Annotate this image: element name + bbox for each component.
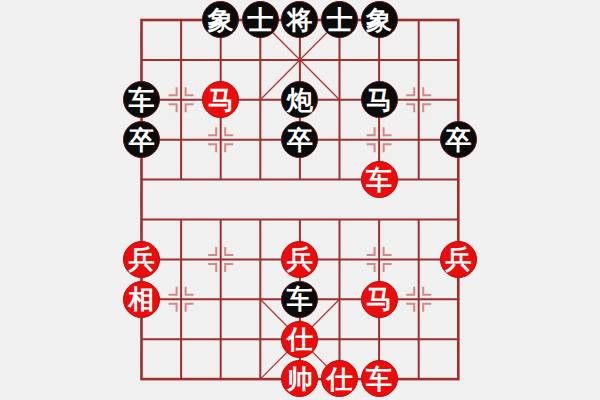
piece-black-cannon[interactable]: 炮 bbox=[281, 81, 318, 118]
piece-black-advisor[interactable]: 士 bbox=[242, 1, 279, 38]
piece-black-chariot[interactable]: 车 bbox=[281, 281, 318, 318]
piece-black-pawn[interactable]: 卒 bbox=[281, 121, 318, 158]
piece-black-pawn[interactable]: 卒 bbox=[123, 121, 160, 158]
piece-black-elephant[interactable]: 象 bbox=[361, 1, 398, 38]
xiangqi-screenshot: 象士将士象车马炮马卒卒卒车兵兵兵相车马仕帅仕车 bbox=[0, 0, 600, 400]
piece-red-elephant[interactable]: 相 bbox=[123, 281, 160, 318]
piece-red-advisor[interactable]: 仕 bbox=[321, 360, 358, 397]
piece-red-advisor[interactable]: 仕 bbox=[281, 321, 318, 358]
piece-red-chariot[interactable]: 车 bbox=[361, 161, 398, 198]
piece-red-horse[interactable]: 马 bbox=[361, 281, 398, 318]
piece-black-elephant[interactable]: 象 bbox=[202, 1, 239, 38]
piece-black-chariot[interactable]: 车 bbox=[123, 81, 160, 118]
piece-red-chariot[interactable]: 车 bbox=[361, 360, 398, 397]
piece-black-advisor[interactable]: 士 bbox=[321, 1, 358, 38]
piece-black-horse[interactable]: 马 bbox=[361, 81, 398, 118]
piece-red-pawn[interactable]: 兵 bbox=[281, 241, 318, 278]
piece-red-horse[interactable]: 马 bbox=[202, 81, 239, 118]
piece-black-general[interactable]: 将 bbox=[281, 1, 318, 38]
piece-black-pawn[interactable]: 卒 bbox=[440, 121, 477, 158]
piece-red-pawn[interactable]: 兵 bbox=[440, 241, 477, 278]
piece-red-general[interactable]: 帅 bbox=[281, 360, 318, 397]
xiangqi-board[interactable]: 象士将士象车马炮马卒卒卒车兵兵兵相车马仕帅仕车 bbox=[122, 0, 478, 399]
piece-red-pawn[interactable]: 兵 bbox=[123, 241, 160, 278]
